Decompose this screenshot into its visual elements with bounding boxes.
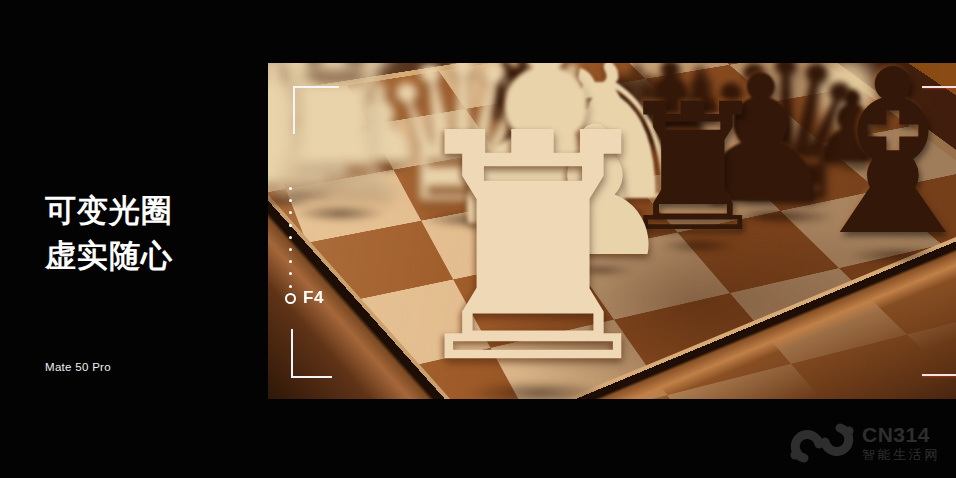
piece-contact-shadow [658, 238, 740, 253]
aperture-ring-icon [285, 293, 296, 304]
aperture-dot-icon [289, 187, 292, 190]
aperture-dot-icon [289, 236, 292, 239]
piece-contact-shadow [294, 205, 387, 222]
piece-contact-shadow [846, 246, 953, 265]
headline-line-2: 虚实随心 [45, 238, 173, 273]
piece-contact-shadow [654, 147, 699, 156]
product-label: Mate 50 Pro [45, 361, 111, 373]
piece-contact-shadow [465, 380, 613, 399]
focus-bracket-top-right-icon [922, 86, 956, 88]
piece-contact-shadow [502, 148, 559, 158]
focus-bracket-bottom-left-icon [291, 329, 332, 378]
aperture-value: F4 [303, 288, 324, 308]
piece-contact-shadow [421, 211, 516, 228]
distant-blurred-piece [819, 63, 875, 130]
headline-line-1: 可变光圈 [45, 193, 173, 228]
aperture-dot-icon [289, 248, 292, 251]
chess-photo-scene: ♟♟♜♟♛♞♝♟♚♟♟♜♜♟♞♛♟♟♝ [268, 63, 956, 399]
headline: 可变光圈虚实随心 [45, 188, 173, 278]
cn314-logo-icon [790, 422, 854, 464]
focus-bracket-top-left-icon [293, 86, 339, 134]
aperture-dot-icon [289, 224, 292, 227]
watermark-subtitle: 智能生活网 [862, 447, 940, 462]
promo-slide: 可变光圈虚实随心 Mate 50 Pro ♟♟♜♟♛♞♝♟♚♟♟♜♜♟♞♛♟♟♝… [0, 0, 956, 478]
piece-contact-shadow [733, 210, 801, 222]
watermark-text: CN314 智能生活网 [862, 424, 940, 462]
piece-contact-shadow [364, 163, 405, 172]
watermark: CN314 智能生活网 [790, 422, 940, 464]
focus-bracket-bottom-right-icon [922, 374, 956, 376]
piece-contact-shadow [693, 115, 719, 124]
aperture-dot-icon [289, 285, 292, 288]
piece-contact-shadow [623, 121, 660, 130]
watermark-name: CN314 [862, 424, 940, 446]
